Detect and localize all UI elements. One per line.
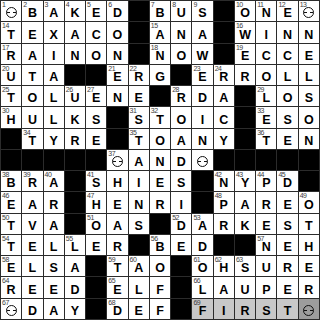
cell-letter: A xyxy=(44,71,64,84)
cell-r11c2[interactable]: V xyxy=(22,214,42,234)
cell-r11c15[interactable]: T xyxy=(299,214,319,234)
cell-r6c7[interactable]: 31S xyxy=(129,107,149,127)
cell-r14c12[interactable]: U xyxy=(235,277,255,297)
cell-letter: N xyxy=(299,29,319,42)
cell-r4c3[interactable]: A xyxy=(44,65,64,85)
cell-letter: O xyxy=(150,262,170,275)
cell-letter: C xyxy=(277,50,297,63)
cell-letter: E xyxy=(171,241,191,254)
cell-letter: S xyxy=(129,114,149,127)
cell-r15c12[interactable]: R xyxy=(235,299,255,319)
cell-letter: N xyxy=(65,50,85,63)
cell-r11c11[interactable]: R xyxy=(214,214,234,234)
cell-r14c3[interactable]: E xyxy=(44,277,64,297)
cell-r14c13[interactable]: P xyxy=(256,277,276,297)
cell-letter: N xyxy=(214,177,234,190)
cell-r11c9[interactable]: 52D xyxy=(171,214,191,234)
cell-r5c8 xyxy=(150,86,170,106)
cell-letter: U xyxy=(1,71,21,84)
cell-r12c13[interactable]: 57N xyxy=(256,235,276,255)
cell-r15c15[interactable] xyxy=(299,299,319,319)
cell-letter: E xyxy=(107,199,127,212)
cell-r12c3[interactable]: L xyxy=(44,235,64,255)
cell-r6c8[interactable]: 32T xyxy=(150,107,170,127)
cell-r1c4[interactable]: 4K xyxy=(65,1,85,21)
cell-r7c5[interactable]: E xyxy=(86,129,106,149)
cell-letter: S xyxy=(129,220,149,233)
cell-letter: O xyxy=(299,114,319,127)
cell-r15c7[interactable]: E xyxy=(129,299,149,319)
cell-r4c6[interactable]: 21E xyxy=(107,65,127,85)
cell-r11c4 xyxy=(65,214,85,234)
cell-r3c14[interactable]: C xyxy=(277,44,297,64)
cell-r14c14[interactable]: E xyxy=(277,277,297,297)
cell-r13c4[interactable]: A xyxy=(65,256,85,276)
cell-letter: P xyxy=(256,177,276,190)
cell-letter: L xyxy=(129,284,149,297)
cell-r11c5[interactable]: 51O xyxy=(86,214,106,234)
cell-r2c4[interactable]: A xyxy=(65,22,85,42)
cell-r13c2[interactable]: L xyxy=(22,256,42,276)
cell-r14c6[interactable]: 65E xyxy=(107,277,127,297)
cell-letter: N xyxy=(192,135,212,148)
cell-letter: O xyxy=(150,135,170,148)
cell-r15c8[interactable]: F xyxy=(150,299,170,319)
cell-r5c13[interactable]: 29L xyxy=(256,86,276,106)
cell-letter: R xyxy=(22,177,42,190)
circle-dash-rebus-icon xyxy=(303,7,314,18)
cell-letter: E xyxy=(22,241,42,254)
cell-r4c11[interactable]: 24R xyxy=(214,65,234,85)
cell-r12c2[interactable]: E xyxy=(22,235,42,255)
cell-letter: L xyxy=(22,262,42,275)
cell-letter: N xyxy=(256,241,276,254)
cell-letter: D xyxy=(171,220,191,233)
cell-r9c7[interactable]: I xyxy=(129,171,149,191)
cell-r7c2[interactable]: 34T xyxy=(22,129,42,149)
cell-r10c7[interactable]: N xyxy=(129,192,149,212)
cell-r11c8 xyxy=(150,214,170,234)
clue-number: 1 xyxy=(2,1,5,9)
cell-r11c1[interactable]: 50T xyxy=(1,214,21,234)
cell-r2c11 xyxy=(214,22,234,42)
cell-r8c9[interactable]: D xyxy=(171,150,191,170)
cell-r2c5[interactable]: C xyxy=(86,22,106,42)
cell-letter: N xyxy=(107,50,127,63)
cell-r6c15[interactable]: O xyxy=(299,107,319,127)
cell-letter: U xyxy=(171,7,191,20)
cell-r8c3 xyxy=(44,150,64,170)
cell-letter: U xyxy=(256,262,276,275)
cell-letter: E xyxy=(22,29,42,42)
cell-letter: R xyxy=(214,220,234,233)
cell-letter: U xyxy=(22,114,42,127)
cell-r13c15[interactable]: E xyxy=(299,256,319,276)
cell-r4c15[interactable]: L xyxy=(299,65,319,85)
cell-letter: E xyxy=(22,284,42,297)
cell-r3c13[interactable]: C xyxy=(256,44,276,64)
cell-r6c2[interactable]: U xyxy=(22,107,42,127)
cell-r10c12[interactable]: A xyxy=(235,192,255,212)
cell-r11c7[interactable]: S xyxy=(129,214,149,234)
cell-r2c7 xyxy=(129,22,149,42)
cell-letter: E xyxy=(299,262,319,275)
cell-letter: E xyxy=(299,50,319,63)
cell-r1c15[interactable]: 13 xyxy=(299,1,319,21)
cell-r2c1[interactable]: 14T xyxy=(1,22,21,42)
cell-letter: S xyxy=(86,177,106,190)
cell-r5c15[interactable]: S xyxy=(299,86,319,106)
cell-r12c15[interactable]: H xyxy=(299,235,319,255)
cell-r9c4 xyxy=(65,171,85,191)
cell-letter: B xyxy=(150,241,170,254)
cell-letter: S xyxy=(44,262,64,275)
cell-r12c9[interactable]: E xyxy=(171,235,191,255)
cell-r3c5[interactable]: O xyxy=(86,44,106,64)
cell-letter: N xyxy=(150,50,170,63)
cell-letter: T xyxy=(150,114,170,127)
cell-letter: E xyxy=(277,7,297,20)
cell-r11c3[interactable]: A xyxy=(44,214,64,234)
circle-dash-rebus-icon xyxy=(6,305,17,316)
cell-r15c10[interactable]: 69F xyxy=(192,299,212,319)
cell-letter: E xyxy=(1,199,21,212)
cell-r6c13[interactable]: 33E xyxy=(256,107,276,127)
cell-r14c7[interactable]: L xyxy=(129,277,149,297)
cell-r4c12[interactable]: R xyxy=(235,65,255,85)
cell-r10c5[interactable]: 47H xyxy=(86,192,106,212)
cell-letter: C xyxy=(214,114,234,127)
cell-r10c6[interactable]: E xyxy=(107,192,127,212)
cell-r5c12 xyxy=(235,86,255,106)
cell-letter: R xyxy=(1,284,21,297)
cell-letter: R xyxy=(277,262,297,275)
cell-r10c11[interactable]: 48P xyxy=(214,192,234,212)
cell-r1c13[interactable]: 11N xyxy=(256,1,276,21)
cell-r2c12[interactable]: 16W xyxy=(235,22,255,42)
cell-letter: O xyxy=(171,50,191,63)
cell-r4c1[interactable]: 20U xyxy=(1,65,21,85)
cell-letter: T xyxy=(1,29,21,42)
cell-letter: A xyxy=(192,29,212,42)
cell-r12c8[interactable]: 56B xyxy=(150,235,170,255)
cell-letter: E xyxy=(235,50,255,63)
cell-r3c12[interactable]: 19E xyxy=(235,44,255,64)
cell-r15c2[interactable]: D xyxy=(22,299,42,319)
cell-r14c10[interactable]: 66L xyxy=(192,277,212,297)
cell-r12c6[interactable]: R xyxy=(107,235,127,255)
cell-letter: G xyxy=(150,71,170,84)
cell-r9c1[interactable]: 38B xyxy=(1,171,21,191)
cell-r15c14[interactable]: T xyxy=(277,299,297,319)
cell-letter: O xyxy=(171,114,191,127)
cell-letter: I xyxy=(44,50,64,63)
cell-r4c14[interactable]: L xyxy=(277,65,297,85)
cell-r10c9[interactable]: I xyxy=(171,192,191,212)
cell-r14c8[interactable]: F xyxy=(150,277,170,297)
cell-letter: H xyxy=(86,199,106,212)
cell-letter: T xyxy=(277,305,297,318)
cell-r3c1[interactable]: 17R xyxy=(1,44,21,64)
cell-r1c9[interactable]: 8U xyxy=(171,1,191,21)
cell-r2c2[interactable]: E xyxy=(22,22,42,42)
cell-r8c7[interactable]: A xyxy=(129,150,149,170)
cell-letter: L xyxy=(256,92,276,105)
cell-r10c2[interactable]: A xyxy=(22,192,42,212)
cell-r4c5 xyxy=(86,65,106,85)
cell-r15c1[interactable]: 67 xyxy=(1,299,21,319)
cell-r6c1[interactable]: 30H xyxy=(1,107,21,127)
cell-r7c1 xyxy=(1,129,21,149)
cell-r10c1[interactable]: 46E xyxy=(1,192,21,212)
cell-r4c10[interactable]: 23E xyxy=(192,65,212,85)
cell-r5c11[interactable]: A xyxy=(214,86,234,106)
cell-r3c4[interactable]: N xyxy=(65,44,85,64)
cell-r8c11 xyxy=(214,150,234,170)
cell-r7c15[interactable]: N xyxy=(299,129,319,149)
cell-r3c2[interactable]: A xyxy=(22,44,42,64)
cell-letter: T xyxy=(22,71,42,84)
cell-r1c3[interactable]: 3A xyxy=(44,1,64,21)
cell-r1c11 xyxy=(214,1,234,21)
cell-r15c5 xyxy=(86,299,106,319)
cell-r9c9[interactable]: S xyxy=(171,171,191,191)
cell-r2c9[interactable]: N xyxy=(171,22,191,42)
cell-r3c8[interactable]: 18N xyxy=(150,44,170,64)
cell-r11c14[interactable]: S xyxy=(277,214,297,234)
cell-r8c8[interactable]: N xyxy=(150,150,170,170)
cell-r11c6[interactable]: A xyxy=(107,214,127,234)
cell-r12c14[interactable]: E xyxy=(277,235,297,255)
cell-r12c1[interactable]: 54T xyxy=(1,235,21,255)
cell-letter: E xyxy=(150,177,170,190)
cell-letter: X xyxy=(44,29,64,42)
cell-r9c13[interactable]: 44P xyxy=(256,171,276,191)
cell-r9c3[interactable]: 40A xyxy=(44,171,64,191)
cell-r15c3[interactable]: A xyxy=(44,299,64,319)
cell-r13c7[interactable]: 60A xyxy=(129,256,149,276)
cell-r7c4[interactable]: R xyxy=(65,129,85,149)
cell-r3c10[interactable]: W xyxy=(192,44,212,64)
cell-r6c14[interactable]: S xyxy=(277,107,297,127)
cell-r15c9 xyxy=(171,299,191,319)
cell-r8c6[interactable]: 37 xyxy=(107,150,127,170)
cell-letter: O xyxy=(86,220,106,233)
cell-r1c10[interactable]: 9S xyxy=(192,1,212,21)
cell-r5c2[interactable]: O xyxy=(22,86,42,106)
cell-r10c14[interactable]: E xyxy=(277,192,297,212)
cell-letter: R xyxy=(1,50,21,63)
cell-letter: R xyxy=(256,199,276,212)
cell-r9c15 xyxy=(299,171,319,191)
cell-r2c6[interactable]: O xyxy=(107,22,127,42)
cell-r14c9 xyxy=(171,277,191,297)
cell-r1c5[interactable]: 5E xyxy=(86,1,106,21)
cell-r5c1[interactable]: 25T xyxy=(1,86,21,106)
cell-r2c15[interactable]: N xyxy=(299,22,319,42)
cell-letter: N xyxy=(129,199,149,212)
cell-r14c1[interactable]: 64R xyxy=(1,277,21,297)
cell-letter: B xyxy=(1,177,21,190)
cell-letter: Y xyxy=(44,135,64,148)
cell-r13c12[interactable]: 63S xyxy=(235,256,255,276)
cell-r14c15[interactable]: R xyxy=(299,277,319,297)
cell-r8c2 xyxy=(22,150,42,170)
cell-r13c1[interactable]: 58E xyxy=(1,256,21,276)
cell-r5c6[interactable]: N xyxy=(107,86,127,106)
cell-letter: E xyxy=(129,305,149,318)
cell-r13c11[interactable]: 62H xyxy=(214,256,234,276)
cell-letter: D xyxy=(107,305,127,318)
cell-letter: O xyxy=(235,7,255,20)
cell-r11c12[interactable]: K xyxy=(235,214,255,234)
cell-r7c9[interactable]: A xyxy=(171,129,191,149)
cell-letter: D xyxy=(22,305,42,318)
cell-letter: A xyxy=(65,262,85,275)
cell-letter: R xyxy=(129,71,149,84)
cell-r2c13[interactable]: I xyxy=(256,22,276,42)
cell-letter: E xyxy=(86,241,106,254)
cell-letter: I xyxy=(192,114,212,127)
cell-letter: T xyxy=(107,262,127,275)
cell-r5c9[interactable]: 28R xyxy=(171,86,191,106)
cell-letter: H xyxy=(1,114,21,127)
cell-r5c5[interactable]: 27E xyxy=(86,86,106,106)
cell-r10c13[interactable]: R xyxy=(256,192,276,212)
cell-r12c4[interactable]: 55L xyxy=(65,235,85,255)
cell-letter: S xyxy=(299,92,319,105)
cell-letter: I xyxy=(171,199,191,212)
cell-r15c6[interactable]: 68D xyxy=(107,299,127,319)
cell-letter: S xyxy=(235,262,255,275)
cell-r7c11[interactable]: Y xyxy=(214,129,234,149)
cell-letter: A xyxy=(150,29,170,42)
cell-letter: C xyxy=(86,29,106,42)
cell-r13c3[interactable]: S xyxy=(44,256,64,276)
cell-r8c10[interactable] xyxy=(192,150,212,170)
cell-letter: A xyxy=(22,199,42,212)
cell-r1c2[interactable]: 2B xyxy=(22,1,42,21)
cell-r5c10[interactable]: D xyxy=(192,86,212,106)
cell-r3c3[interactable]: I xyxy=(44,44,64,64)
cell-r7c14[interactable]: E xyxy=(277,129,297,149)
cell-r1c1[interactable]: 1 xyxy=(1,1,21,21)
cell-r9c6[interactable]: H xyxy=(107,171,127,191)
cell-r13c14[interactable]: R xyxy=(277,256,297,276)
cell-r12c12 xyxy=(235,235,255,255)
cell-r9c5[interactable]: 41S xyxy=(86,171,106,191)
cell-r6c4[interactable]: K xyxy=(65,107,85,127)
cell-r10c8[interactable]: R xyxy=(150,192,170,212)
cell-r7c3[interactable]: Y xyxy=(44,129,64,149)
cell-r14c11[interactable]: A xyxy=(214,277,234,297)
cell-r3c9[interactable]: O xyxy=(171,44,191,64)
cell-r6c11[interactable]: C xyxy=(214,107,234,127)
cell-r9c14[interactable]: 45D xyxy=(277,171,297,191)
cell-r4c2[interactable]: T xyxy=(22,65,42,85)
circle-dash-rebus-icon xyxy=(6,7,17,18)
cell-r10c15[interactable]: 49O xyxy=(299,192,319,212)
cell-letter: E xyxy=(256,114,276,127)
cell-r14c4[interactable]: D xyxy=(65,277,85,297)
cell-r13c6[interactable]: 59T xyxy=(107,256,127,276)
cell-letter: I xyxy=(214,305,234,318)
cell-letter: K xyxy=(65,7,85,20)
cell-r3c7 xyxy=(129,44,149,64)
cell-r15c11[interactable]: I xyxy=(214,299,234,319)
cell-r6c10[interactable]: I xyxy=(192,107,212,127)
cell-r11c10[interactable]: 53A xyxy=(192,214,212,234)
cell-letter: O xyxy=(192,262,212,275)
cell-r6c5[interactable]: S xyxy=(86,107,106,127)
cell-r13c10[interactable]: 61O xyxy=(192,256,212,276)
cell-r2c10[interactable]: A xyxy=(192,22,212,42)
cell-r3c6[interactable]: N xyxy=(107,44,127,64)
cell-r7c13[interactable]: 36T xyxy=(256,129,276,149)
cell-r7c8[interactable]: O xyxy=(150,129,170,149)
cell-letter: A xyxy=(44,220,64,233)
cell-r7c7[interactable]: 35T xyxy=(129,129,149,149)
cell-r9c10 xyxy=(192,171,212,191)
cell-r1c14[interactable]: 12E xyxy=(277,1,297,21)
cell-r5c3[interactable]: L xyxy=(44,86,64,106)
cell-r11c13[interactable]: E xyxy=(256,214,276,234)
cell-r2c14[interactable]: N xyxy=(277,22,297,42)
cell-r5c4[interactable]: 26U xyxy=(65,86,85,106)
cell-r14c2[interactable]: E xyxy=(22,277,42,297)
cell-r7c10[interactable]: N xyxy=(192,129,212,149)
cell-r12c10[interactable]: D xyxy=(192,235,212,255)
cell-letter: E xyxy=(86,92,106,105)
cell-r15c4[interactable]: Y xyxy=(65,299,85,319)
cell-r5c14[interactable]: O xyxy=(277,86,297,106)
cell-letter: R xyxy=(44,199,64,212)
cell-r1c6[interactable]: 6D xyxy=(107,1,127,21)
cell-r9c8[interactable]: E xyxy=(150,171,170,191)
cell-r13c8[interactable]: O xyxy=(150,256,170,276)
cell-r6c3[interactable]: L xyxy=(44,107,64,127)
cell-r10c3[interactable]: R xyxy=(44,192,64,212)
cell-letter: I xyxy=(256,29,276,42)
cell-r13c13[interactable]: U xyxy=(256,256,276,276)
cell-r3c15[interactable]: E xyxy=(299,44,319,64)
cell-r1c12[interactable]: 10O xyxy=(235,1,255,21)
cell-r4c7[interactable]: 22R xyxy=(129,65,149,85)
cell-r2c3[interactable]: X xyxy=(44,22,64,42)
cell-r9c2[interactable]: 39R xyxy=(22,171,42,191)
cell-r1c8[interactable]: 7B xyxy=(150,1,170,21)
cell-letter: L xyxy=(65,241,85,254)
cell-r12c5[interactable]: E xyxy=(86,235,106,255)
cell-letter: A xyxy=(44,177,64,190)
cell-r2c8[interactable]: 15A xyxy=(150,22,170,42)
cell-r6c9[interactable]: O xyxy=(171,107,191,127)
cell-r14c5 xyxy=(86,277,106,297)
cell-letter: B xyxy=(22,7,42,20)
cell-letter: S xyxy=(192,7,212,20)
cell-letter: D xyxy=(277,177,297,190)
cell-r4c13[interactable]: O xyxy=(256,65,276,85)
cell-r15c13[interactable]: S xyxy=(256,299,276,319)
cell-letter: A xyxy=(235,199,255,212)
cell-letter: R xyxy=(214,71,234,84)
cell-r9c11[interactable]: 42N xyxy=(214,171,234,191)
cell-r4c8[interactable]: G xyxy=(150,65,170,85)
circle-dash-rebus-icon xyxy=(112,156,123,167)
cell-r8c15 xyxy=(299,150,319,170)
cell-r9c12[interactable]: 43Y xyxy=(235,171,255,191)
cell-r5c7[interactable]: E xyxy=(129,86,149,106)
